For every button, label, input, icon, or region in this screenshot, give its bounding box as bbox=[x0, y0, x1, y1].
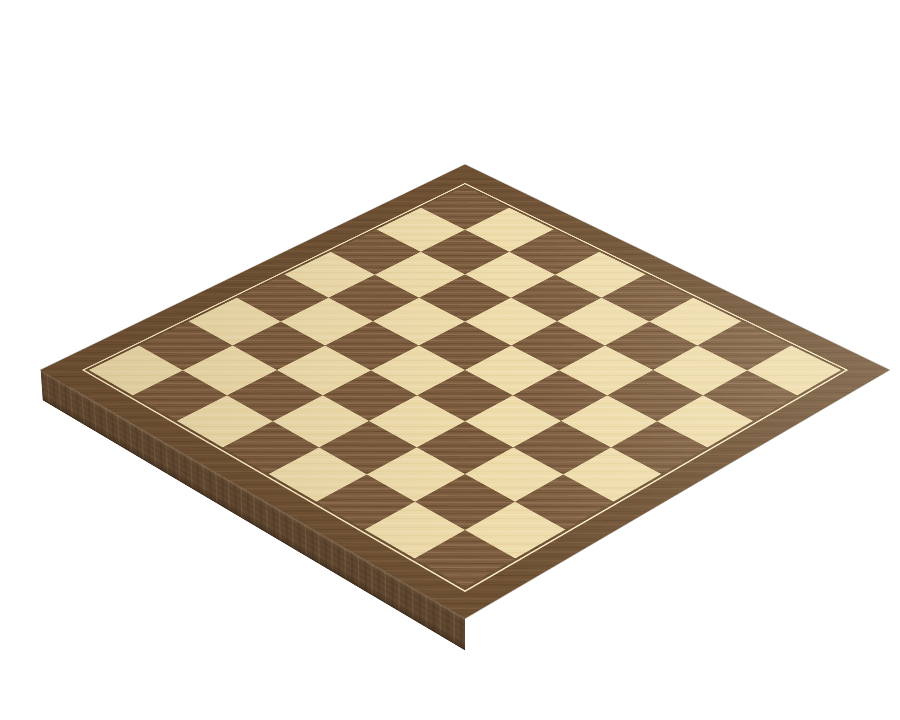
square-r4c6-dark bbox=[514, 421, 611, 474]
board-top-face bbox=[41, 165, 890, 619]
square-r6c2-dark bbox=[227, 370, 322, 421]
square-r4c4-dark bbox=[417, 370, 512, 421]
square-r5c3-dark bbox=[322, 370, 417, 421]
square-r6c5-light bbox=[367, 447, 465, 501]
square-r4c5-light bbox=[465, 395, 561, 447]
square-r3c5-dark bbox=[513, 370, 608, 421]
square-r1c7-dark bbox=[703, 370, 798, 421]
square-r2c6-dark bbox=[608, 370, 703, 421]
square-r7c4-light bbox=[269, 447, 367, 501]
square-r3c6-light bbox=[561, 395, 657, 447]
square-r4c7-light bbox=[563, 447, 661, 501]
product-photo-background bbox=[0, 0, 900, 720]
square-r5c7-dark bbox=[515, 474, 614, 530]
square-r6c7-light bbox=[465, 501, 565, 558]
square-r7c6-light bbox=[365, 501, 465, 558]
board-scene bbox=[165, 70, 765, 670]
square-r5c6-light bbox=[465, 447, 563, 501]
square-r2c7-light bbox=[657, 395, 753, 447]
square-r6c3-light bbox=[273, 395, 369, 447]
square-r7c5-dark bbox=[316, 474, 415, 530]
board-squares-grid bbox=[89, 186, 841, 588]
square-r3c7-dark bbox=[611, 421, 708, 474]
square-r6c4-dark bbox=[319, 421, 416, 474]
square-r5c4-light bbox=[369, 395, 465, 447]
square-r7c7-dark bbox=[414, 530, 516, 588]
chess-board bbox=[41, 165, 890, 619]
square-r7c2-light bbox=[177, 395, 273, 447]
square-r7c3-dark bbox=[222, 421, 319, 474]
square-r5c5-dark bbox=[416, 421, 513, 474]
square-r6c6-dark bbox=[415, 474, 514, 530]
square-r7c1-dark bbox=[132, 370, 227, 421]
